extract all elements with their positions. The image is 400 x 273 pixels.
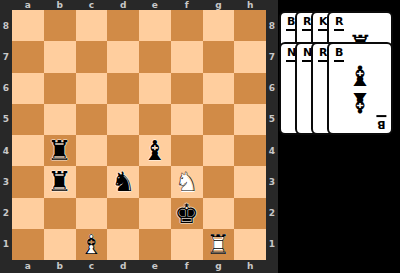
square-g3[interactable] bbox=[203, 166, 235, 197]
file-label-a: a bbox=[12, 260, 44, 273]
square-d4[interactable] bbox=[107, 135, 139, 166]
file-label-g: g bbox=[203, 260, 235, 273]
square-e5[interactable] bbox=[139, 104, 171, 135]
square-e6[interactable] bbox=[139, 73, 171, 104]
rank-label-1: 1 bbox=[266, 229, 278, 260]
file-label-g: g bbox=[203, 0, 235, 10]
square-h2[interactable] bbox=[234, 198, 266, 229]
rank-labels-left: 87654321 bbox=[0, 10, 12, 260]
rank-label-1: 1 bbox=[0, 229, 12, 260]
square-a8[interactable] bbox=[12, 10, 44, 41]
square-a7[interactable] bbox=[12, 41, 44, 72]
square-f5[interactable] bbox=[171, 104, 203, 135]
rank-label-6: 6 bbox=[0, 73, 12, 104]
square-c7[interactable] bbox=[76, 41, 108, 72]
square-g1[interactable]: ♜♖ bbox=[203, 229, 235, 260]
rank-label-5: 5 bbox=[266, 104, 278, 135]
square-a3[interactable] bbox=[12, 166, 44, 197]
file-label-b: b bbox=[44, 260, 76, 273]
square-d3[interactable]: ♞ bbox=[107, 166, 139, 197]
square-b8[interactable] bbox=[44, 10, 76, 41]
piece-white-rook: ♖ bbox=[206, 231, 230, 258]
square-b6[interactable] bbox=[44, 73, 76, 104]
chess-board[interactable]: ♜♝♜♞♞♘♚♝♗♜♖ bbox=[12, 10, 266, 260]
square-e8[interactable] bbox=[139, 10, 171, 41]
file-label-h: h bbox=[234, 0, 266, 10]
screen: abcdefgh abcdefgh 87654321 87654321 ♜♝♜♞… bbox=[0, 0, 400, 273]
square-g6[interactable] bbox=[203, 73, 235, 104]
rank-label-8: 8 bbox=[266, 10, 278, 41]
square-e2[interactable] bbox=[139, 198, 171, 229]
square-b2[interactable] bbox=[44, 198, 76, 229]
piece-black-bishop: ♝ bbox=[143, 137, 167, 164]
square-h3[interactable] bbox=[234, 166, 266, 197]
rank-label-6: 6 bbox=[266, 73, 278, 104]
square-f2[interactable]: ♚ bbox=[171, 198, 203, 229]
square-c3[interactable] bbox=[76, 166, 108, 197]
square-d8[interactable] bbox=[107, 10, 139, 41]
card-letter: B bbox=[334, 47, 344, 62]
square-f7[interactable] bbox=[171, 41, 203, 72]
square-f3[interactable]: ♞♘ bbox=[171, 166, 203, 197]
file-label-d: d bbox=[107, 0, 139, 10]
rank-label-7: 7 bbox=[266, 41, 278, 72]
square-e1[interactable] bbox=[139, 229, 171, 260]
square-h6[interactable] bbox=[234, 73, 266, 104]
square-f4[interactable] bbox=[171, 135, 203, 166]
square-b5[interactable] bbox=[44, 104, 76, 135]
square-c4[interactable] bbox=[76, 135, 108, 166]
file-labels-bottom: abcdefgh bbox=[12, 260, 266, 273]
square-a1[interactable] bbox=[12, 229, 44, 260]
file-label-b: b bbox=[44, 0, 76, 10]
square-f6[interactable] bbox=[171, 73, 203, 104]
rank-label-3: 3 bbox=[266, 166, 278, 197]
square-b7[interactable] bbox=[44, 41, 76, 72]
card-letter-rotated: B bbox=[376, 115, 386, 130]
piece-black-king: ♚ bbox=[175, 200, 199, 227]
bishop-icon-mirrored: ♝ bbox=[347, 87, 372, 115]
square-d2[interactable] bbox=[107, 198, 139, 229]
square-g8[interactable] bbox=[203, 10, 235, 41]
square-g5[interactable] bbox=[203, 104, 235, 135]
rank-labels-right: 87654321 bbox=[266, 10, 278, 260]
square-a2[interactable] bbox=[12, 198, 44, 229]
square-h7[interactable] bbox=[234, 41, 266, 72]
square-d6[interactable] bbox=[107, 73, 139, 104]
square-e3[interactable] bbox=[139, 166, 171, 197]
square-d7[interactable] bbox=[107, 41, 139, 72]
square-e4[interactable]: ♝ bbox=[139, 135, 171, 166]
rank-label-5: 5 bbox=[0, 104, 12, 135]
square-f8[interactable] bbox=[171, 10, 203, 41]
square-d1[interactable] bbox=[107, 229, 139, 260]
file-label-e: e bbox=[139, 0, 171, 10]
square-c8[interactable] bbox=[76, 10, 108, 41]
square-f1[interactable] bbox=[171, 229, 203, 260]
square-c5[interactable] bbox=[76, 104, 108, 135]
square-h5[interactable] bbox=[234, 104, 266, 135]
square-c6[interactable] bbox=[76, 73, 108, 104]
file-label-a: a bbox=[12, 0, 44, 10]
rank-label-8: 8 bbox=[0, 10, 12, 41]
file-label-h: h bbox=[234, 260, 266, 273]
square-e7[interactable] bbox=[139, 41, 171, 72]
card-letter: R bbox=[334, 16, 344, 31]
rank-label-2: 2 bbox=[0, 198, 12, 229]
file-label-f: f bbox=[171, 0, 203, 10]
square-d5[interactable] bbox=[107, 104, 139, 135]
piece-black-rook: ♜ bbox=[48, 168, 72, 195]
square-g2[interactable] bbox=[203, 198, 235, 229]
rank-label-7: 7 bbox=[0, 41, 12, 72]
square-h1[interactable] bbox=[234, 229, 266, 260]
square-h4[interactable] bbox=[234, 135, 266, 166]
square-a5[interactable] bbox=[12, 104, 44, 135]
square-a6[interactable] bbox=[12, 73, 44, 104]
square-b1[interactable] bbox=[44, 229, 76, 260]
chess-board-panel: abcdefgh abcdefgh 87654321 87654321 ♜♝♜♞… bbox=[0, 0, 278, 273]
piece-black-knight: ♞ bbox=[111, 168, 135, 195]
file-label-f: f bbox=[171, 260, 203, 273]
square-b4[interactable]: ♜ bbox=[44, 135, 76, 166]
file-label-c: c bbox=[76, 0, 108, 10]
square-b3[interactable]: ♜ bbox=[44, 166, 76, 197]
piece-white-knight: ♘ bbox=[175, 168, 199, 195]
card-pip: ♝♝ bbox=[347, 62, 372, 115]
square-a4[interactable] bbox=[12, 135, 44, 166]
file-label-d: d bbox=[107, 260, 139, 273]
file-label-e: e bbox=[139, 260, 171, 273]
rank-label-4: 4 bbox=[0, 135, 12, 166]
rank-label-4: 4 bbox=[266, 135, 278, 166]
piece-white-bishop: ♗ bbox=[79, 231, 103, 258]
card-bottom-4-b[interactable]: B♝♝B bbox=[327, 42, 393, 135]
square-g7[interactable] bbox=[203, 41, 235, 72]
square-c2[interactable] bbox=[76, 198, 108, 229]
piece-black-rook: ♜ bbox=[48, 137, 72, 164]
file-labels-top: abcdefgh bbox=[12, 0, 266, 10]
square-h8[interactable] bbox=[234, 10, 266, 41]
square-g4[interactable] bbox=[203, 135, 235, 166]
rank-label-3: 3 bbox=[0, 166, 12, 197]
square-c1[interactable]: ♝♗ bbox=[76, 229, 108, 260]
file-label-c: c bbox=[76, 260, 108, 273]
rank-label-2: 2 bbox=[266, 198, 278, 229]
